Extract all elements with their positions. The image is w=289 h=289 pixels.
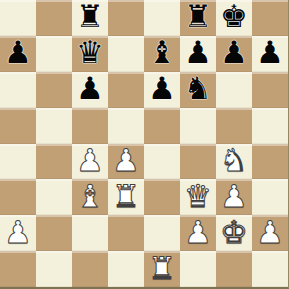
- square-h6[interactable]: [252, 72, 288, 108]
- square-c8[interactable]: ♜: [72, 0, 108, 36]
- piece-white-queen[interactable]: ♛: [184, 181, 212, 212]
- square-h4[interactable]: [252, 144, 288, 180]
- square-c7[interactable]: ♛: [72, 36, 108, 72]
- square-a4[interactable]: [0, 144, 36, 180]
- square-h8[interactable]: [252, 0, 288, 36]
- piece-black-rook[interactable]: ♜: [184, 1, 212, 32]
- square-f2[interactable]: ♟: [180, 215, 216, 251]
- square-e5[interactable]: [144, 108, 180, 144]
- square-f7[interactable]: ♟: [180, 36, 216, 72]
- square-f8[interactable]: ♜: [180, 0, 216, 36]
- piece-white-pawn[interactable]: ♟: [256, 217, 284, 248]
- piece-black-king[interactable]: ♚: [220, 1, 248, 32]
- square-d4[interactable]: ♟: [108, 144, 144, 180]
- chess-board: ♜♜♚♟♛♝♟♟♟♟♟♞♟♟♞♝♜♛♟♟♟♚♟♜: [0, 0, 288, 287]
- square-d3[interactable]: ♜: [108, 179, 144, 215]
- square-a1[interactable]: [0, 251, 36, 287]
- square-b8[interactable]: [36, 0, 72, 36]
- square-b1[interactable]: [36, 251, 72, 287]
- square-d6[interactable]: [108, 72, 144, 108]
- square-g4[interactable]: ♞: [216, 144, 252, 180]
- piece-white-pawn[interactable]: ♟: [112, 145, 140, 176]
- square-a3[interactable]: [0, 179, 36, 215]
- square-e7[interactable]: ♝: [144, 36, 180, 72]
- square-g8[interactable]: ♚: [216, 0, 252, 36]
- square-h5[interactable]: [252, 108, 288, 144]
- square-b6[interactable]: [36, 72, 72, 108]
- square-h2[interactable]: ♟: [252, 215, 288, 251]
- piece-black-queen[interactable]: ♛: [76, 37, 104, 68]
- piece-black-pawn[interactable]: ♟: [4, 37, 32, 68]
- square-e1[interactable]: ♜: [144, 251, 180, 287]
- square-b2[interactable]: [36, 215, 72, 251]
- square-d2[interactable]: [108, 215, 144, 251]
- square-c1[interactable]: [72, 251, 108, 287]
- square-g3[interactable]: ♟: [216, 179, 252, 215]
- piece-black-pawn[interactable]: ♟: [148, 73, 176, 104]
- piece-black-rook[interactable]: ♜: [76, 1, 104, 32]
- square-b5[interactable]: [36, 108, 72, 144]
- piece-white-bishop[interactable]: ♝: [76, 181, 104, 212]
- square-a8[interactable]: [0, 0, 36, 36]
- piece-white-rook[interactable]: ♜: [148, 253, 176, 284]
- piece-black-knight[interactable]: ♞: [184, 73, 212, 104]
- square-f3[interactable]: ♛: [180, 179, 216, 215]
- square-a7[interactable]: ♟: [0, 36, 36, 72]
- piece-black-pawn[interactable]: ♟: [256, 37, 284, 68]
- piece-black-bishop[interactable]: ♝: [148, 37, 176, 68]
- square-h1[interactable]: [252, 251, 288, 287]
- square-b7[interactable]: [36, 36, 72, 72]
- piece-black-pawn[interactable]: ♟: [76, 73, 104, 104]
- piece-white-king[interactable]: ♚: [220, 217, 248, 248]
- piece-white-knight[interactable]: ♞: [220, 145, 248, 176]
- piece-white-rook[interactable]: ♜: [112, 181, 140, 212]
- square-c2[interactable]: [72, 215, 108, 251]
- square-b3[interactable]: [36, 179, 72, 215]
- square-a2[interactable]: ♟: [0, 215, 36, 251]
- square-f6[interactable]: ♞: [180, 72, 216, 108]
- square-g1[interactable]: [216, 251, 252, 287]
- piece-white-pawn[interactable]: ♟: [184, 217, 212, 248]
- square-e4[interactable]: [144, 144, 180, 180]
- square-e3[interactable]: [144, 179, 180, 215]
- piece-black-pawn[interactable]: ♟: [220, 37, 248, 68]
- chess-board-frame: ♜♜♚♟♛♝♟♟♟♟♟♞♟♟♞♝♜♛♟♟♟♚♟♜: [0, 0, 289, 289]
- square-g7[interactable]: ♟: [216, 36, 252, 72]
- square-e2[interactable]: [144, 215, 180, 251]
- square-a6[interactable]: [0, 72, 36, 108]
- square-g6[interactable]: [216, 72, 252, 108]
- square-f4[interactable]: [180, 144, 216, 180]
- square-d7[interactable]: [108, 36, 144, 72]
- square-e8[interactable]: [144, 0, 180, 36]
- square-h3[interactable]: [252, 179, 288, 215]
- square-c3[interactable]: ♝: [72, 179, 108, 215]
- square-c4[interactable]: ♟: [72, 144, 108, 180]
- square-a5[interactable]: [0, 108, 36, 144]
- square-g2[interactable]: ♚: [216, 215, 252, 251]
- square-b4[interactable]: [36, 144, 72, 180]
- square-f5[interactable]: [180, 108, 216, 144]
- piece-white-pawn[interactable]: ♟: [220, 181, 248, 212]
- square-d5[interactable]: [108, 108, 144, 144]
- square-h7[interactable]: ♟: [252, 36, 288, 72]
- piece-white-pawn[interactable]: ♟: [4, 217, 32, 248]
- square-d1[interactable]: [108, 251, 144, 287]
- square-f1[interactable]: [180, 251, 216, 287]
- square-e6[interactable]: ♟: [144, 72, 180, 108]
- square-c5[interactable]: [72, 108, 108, 144]
- square-d8[interactable]: [108, 0, 144, 36]
- square-g5[interactable]: [216, 108, 252, 144]
- piece-black-pawn[interactable]: ♟: [184, 37, 212, 68]
- piece-white-pawn[interactable]: ♟: [76, 145, 104, 176]
- square-c6[interactable]: ♟: [72, 72, 108, 108]
